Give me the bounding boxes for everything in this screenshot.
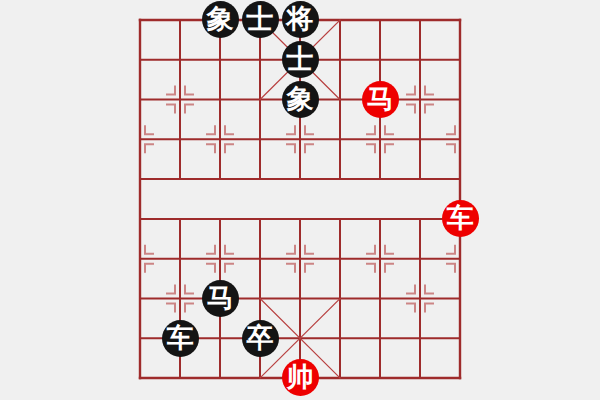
piece-black-elephant[interactable]: 象: [202, 1, 239, 38]
piece-red-horse[interactable]: 马: [362, 81, 399, 118]
piece-black-horse[interactable]: 马: [202, 280, 239, 317]
piece-black-soldier[interactable]: 卒: [242, 320, 279, 357]
xiangqi-diagram: 象士将士象马车马车卒帅: [0, 0, 600, 400]
piece-black-chariot[interactable]: 车: [162, 320, 199, 357]
piece-layer: 象士将士象马车马车卒帅: [120, 0, 480, 398]
piece-black-elephant[interactable]: 象: [282, 81, 319, 118]
piece-red-general[interactable]: 帅: [282, 359, 319, 396]
piece-black-general[interactable]: 将: [282, 1, 319, 38]
piece-red-chariot[interactable]: 车: [442, 200, 479, 237]
piece-black-advisor[interactable]: 士: [242, 1, 279, 38]
piece-black-advisor[interactable]: 士: [282, 41, 319, 78]
